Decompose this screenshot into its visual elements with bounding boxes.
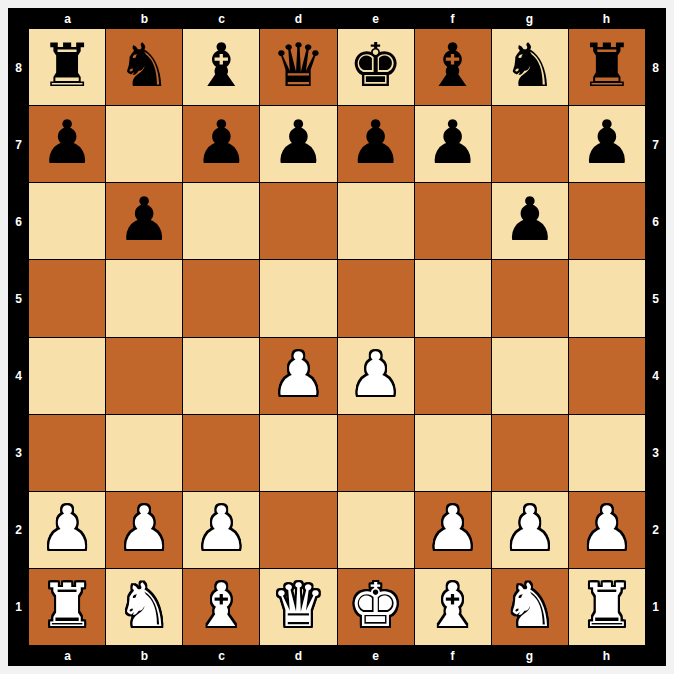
square-b3[interactable] bbox=[106, 415, 182, 491]
file-label-c: c bbox=[183, 13, 260, 25]
square-b6[interactable]: ♟ bbox=[106, 183, 182, 259]
file-label-d: d bbox=[260, 650, 337, 662]
rank-label-8: 8 bbox=[8, 62, 29, 74]
piece-white-bishop-f1[interactable]: ♝ bbox=[426, 575, 480, 635]
square-f5[interactable] bbox=[415, 260, 491, 336]
rank-label-4: 4 bbox=[645, 370, 666, 382]
frame-corner-top-right bbox=[645, 8, 666, 29]
square-e5[interactable] bbox=[338, 260, 414, 336]
piece-black-pawn-a7[interactable]: ♟ bbox=[40, 112, 94, 172]
frame-corner-bottom-right bbox=[645, 645, 666, 666]
square-a2[interactable]: ♟ bbox=[29, 492, 105, 568]
square-h8[interactable]: ♜ bbox=[569, 29, 645, 105]
piece-white-king-e1[interactable]: ♚ bbox=[349, 575, 403, 635]
square-c4[interactable] bbox=[183, 338, 259, 414]
square-d2[interactable] bbox=[260, 492, 336, 568]
piece-black-knight-g8[interactable]: ♞ bbox=[503, 35, 557, 95]
file-labels-bottom: abcdefgh bbox=[29, 645, 645, 666]
file-label-a: a bbox=[29, 650, 106, 662]
piece-black-pawn-d7[interactable]: ♟ bbox=[272, 112, 326, 172]
piece-white-knight-b1[interactable]: ♞ bbox=[117, 575, 171, 635]
file-label-e: e bbox=[337, 650, 414, 662]
square-f8[interactable]: ♝ bbox=[415, 29, 491, 105]
piece-black-knight-b8[interactable]: ♞ bbox=[117, 35, 171, 95]
file-label-h: h bbox=[568, 13, 645, 25]
piece-black-bishop-f8[interactable]: ♝ bbox=[426, 35, 480, 95]
square-c1[interactable]: ♝ bbox=[183, 569, 259, 645]
chessboard-screen: abcdefgh 87654321 ♜♞♝♛♚♝♞♜♟♟♟♟♟♟♟♟♟♟♟♟♟♟… bbox=[0, 0, 674, 674]
piece-white-queen-d1[interactable]: ♛ bbox=[272, 575, 326, 635]
piece-white-bishop-c1[interactable]: ♝ bbox=[194, 575, 248, 635]
board-frame: abcdefgh 87654321 ♜♞♝♛♚♝♞♜♟♟♟♟♟♟♟♟♟♟♟♟♟♟… bbox=[8, 8, 666, 666]
square-c2[interactable]: ♟ bbox=[183, 492, 259, 568]
square-e8[interactable]: ♚ bbox=[338, 29, 414, 105]
rank-label-1: 1 bbox=[645, 601, 666, 613]
square-d5[interactable] bbox=[260, 260, 336, 336]
rank-labels-right: 87654321 bbox=[645, 29, 666, 645]
square-e2[interactable] bbox=[338, 492, 414, 568]
square-a8[interactable]: ♜ bbox=[29, 29, 105, 105]
file-label-g: g bbox=[491, 650, 568, 662]
frame-corner-bottom-left bbox=[8, 645, 29, 666]
square-g6[interactable]: ♟ bbox=[492, 183, 568, 259]
rank-labels-left: 87654321 bbox=[8, 29, 29, 645]
square-b5[interactable] bbox=[106, 260, 182, 336]
square-g2[interactable]: ♟ bbox=[492, 492, 568, 568]
square-d3[interactable] bbox=[260, 415, 336, 491]
square-g4[interactable] bbox=[492, 338, 568, 414]
square-c5[interactable] bbox=[183, 260, 259, 336]
square-d6[interactable] bbox=[260, 183, 336, 259]
rank-label-4: 4 bbox=[8, 370, 29, 382]
rank-label-7: 7 bbox=[645, 139, 666, 151]
square-f6[interactable] bbox=[415, 183, 491, 259]
square-d8[interactable]: ♛ bbox=[260, 29, 336, 105]
file-labels-top: abcdefgh bbox=[29, 8, 645, 29]
piece-white-pawn-e4[interactable]: ♟ bbox=[349, 344, 403, 404]
rank-label-2: 2 bbox=[8, 524, 29, 536]
square-h2[interactable]: ♟ bbox=[569, 492, 645, 568]
piece-black-rook-h8[interactable]: ♜ bbox=[580, 35, 634, 95]
piece-black-pawn-g6[interactable]: ♟ bbox=[503, 189, 557, 249]
square-c7[interactable]: ♟ bbox=[183, 106, 259, 182]
square-a7[interactable]: ♟ bbox=[29, 106, 105, 182]
square-d7[interactable]: ♟ bbox=[260, 106, 336, 182]
square-b2[interactable]: ♟ bbox=[106, 492, 182, 568]
piece-white-pawn-b2[interactable]: ♟ bbox=[117, 498, 171, 558]
rank-label-5: 5 bbox=[645, 293, 666, 305]
rank-label-3: 3 bbox=[8, 447, 29, 459]
square-g5[interactable] bbox=[492, 260, 568, 336]
square-b4[interactable] bbox=[106, 338, 182, 414]
rank-label-5: 5 bbox=[8, 293, 29, 305]
square-h7[interactable]: ♟ bbox=[569, 106, 645, 182]
frame-corner-top-left bbox=[8, 8, 29, 29]
square-e4[interactable]: ♟ bbox=[338, 338, 414, 414]
square-e1[interactable]: ♚ bbox=[338, 569, 414, 645]
square-b7[interactable] bbox=[106, 106, 182, 182]
piece-white-pawn-h2[interactable]: ♟ bbox=[580, 498, 634, 558]
file-label-f: f bbox=[414, 13, 491, 25]
square-d1[interactable]: ♛ bbox=[260, 569, 336, 645]
square-e6[interactable] bbox=[338, 183, 414, 259]
piece-black-pawn-c7[interactable]: ♟ bbox=[194, 112, 248, 172]
square-h4[interactable] bbox=[569, 338, 645, 414]
square-b8[interactable]: ♞ bbox=[106, 29, 182, 105]
square-h1[interactable]: ♜ bbox=[569, 569, 645, 645]
file-label-h: h bbox=[568, 650, 645, 662]
rank-label-8: 8 bbox=[645, 62, 666, 74]
piece-white-pawn-d4[interactable]: ♟ bbox=[272, 344, 326, 404]
file-label-b: b bbox=[106, 650, 183, 662]
square-g8[interactable]: ♞ bbox=[492, 29, 568, 105]
rank-label-1: 1 bbox=[8, 601, 29, 613]
square-b1[interactable]: ♞ bbox=[106, 569, 182, 645]
square-f2[interactable]: ♟ bbox=[415, 492, 491, 568]
square-h3[interactable] bbox=[569, 415, 645, 491]
square-f4[interactable] bbox=[415, 338, 491, 414]
file-label-a: a bbox=[29, 13, 106, 25]
piece-white-pawn-f2[interactable]: ♟ bbox=[426, 498, 480, 558]
file-label-b: b bbox=[106, 13, 183, 25]
piece-white-rook-h1[interactable]: ♜ bbox=[580, 575, 634, 635]
piece-white-pawn-g2[interactable]: ♟ bbox=[503, 498, 557, 558]
square-a6[interactable] bbox=[29, 183, 105, 259]
file-label-d: d bbox=[260, 13, 337, 25]
square-c3[interactable] bbox=[183, 415, 259, 491]
file-label-e: e bbox=[337, 13, 414, 25]
file-label-g: g bbox=[491, 13, 568, 25]
square-g1[interactable]: ♞ bbox=[492, 569, 568, 645]
board: ♜♞♝♛♚♝♞♜♟♟♟♟♟♟♟♟♟♟♟♟♟♟♟♟♜♞♝♛♚♝♞♜ bbox=[29, 29, 645, 645]
rank-label-6: 6 bbox=[645, 216, 666, 228]
rank-label-3: 3 bbox=[645, 447, 666, 459]
square-h6[interactable] bbox=[569, 183, 645, 259]
square-a5[interactable] bbox=[29, 260, 105, 336]
piece-black-pawn-e7[interactable]: ♟ bbox=[349, 112, 403, 172]
piece-white-rook-a1[interactable]: ♜ bbox=[40, 575, 94, 635]
square-f3[interactable] bbox=[415, 415, 491, 491]
piece-black-rook-a8[interactable]: ♜ bbox=[40, 35, 94, 95]
piece-white-knight-g1[interactable]: ♞ bbox=[503, 575, 557, 635]
square-f7[interactable]: ♟ bbox=[415, 106, 491, 182]
rank-label-7: 7 bbox=[8, 139, 29, 151]
piece-white-pawn-c2[interactable]: ♟ bbox=[194, 498, 248, 558]
square-g7[interactable] bbox=[492, 106, 568, 182]
piece-black-king-e8[interactable]: ♚ bbox=[349, 35, 403, 95]
square-a4[interactable] bbox=[29, 338, 105, 414]
square-g3[interactable] bbox=[492, 415, 568, 491]
file-label-f: f bbox=[414, 650, 491, 662]
piece-black-pawn-f7[interactable]: ♟ bbox=[426, 112, 480, 172]
file-label-c: c bbox=[183, 650, 260, 662]
rank-label-2: 2 bbox=[645, 524, 666, 536]
rank-label-6: 6 bbox=[8, 216, 29, 228]
square-e3[interactable] bbox=[338, 415, 414, 491]
square-h5[interactable] bbox=[569, 260, 645, 336]
square-c6[interactable] bbox=[183, 183, 259, 259]
square-a3[interactable] bbox=[29, 415, 105, 491]
piece-white-pawn-a2[interactable]: ♟ bbox=[40, 498, 94, 558]
square-d4[interactable]: ♟ bbox=[260, 338, 336, 414]
piece-black-pawn-b6[interactable]: ♟ bbox=[117, 189, 171, 249]
piece-black-queen-d8[interactable]: ♛ bbox=[272, 35, 326, 95]
square-f1[interactable]: ♝ bbox=[415, 569, 491, 645]
piece-black-pawn-h7[interactable]: ♟ bbox=[580, 112, 634, 172]
square-c8[interactable]: ♝ bbox=[183, 29, 259, 105]
square-a1[interactable]: ♜ bbox=[29, 569, 105, 645]
piece-black-bishop-c8[interactable]: ♝ bbox=[194, 35, 248, 95]
square-e7[interactable]: ♟ bbox=[338, 106, 414, 182]
